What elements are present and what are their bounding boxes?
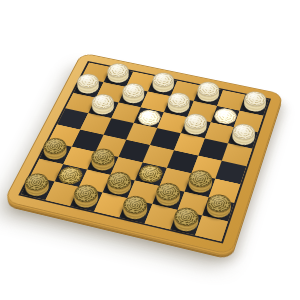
checker-cream xyxy=(228,127,258,149)
square-h6 xyxy=(228,127,258,149)
square-h1 xyxy=(195,216,227,242)
square-g7 xyxy=(211,106,240,127)
square-c1 xyxy=(70,187,103,211)
checker-cream xyxy=(240,95,269,116)
square-g5 xyxy=(198,138,228,160)
checker-tan xyxy=(40,141,72,164)
checker-cream xyxy=(181,117,211,139)
checker-tan xyxy=(70,187,103,211)
square-h8 xyxy=(240,95,269,116)
checker-cream xyxy=(211,106,240,127)
product-photo xyxy=(0,0,300,300)
board-3d-scene xyxy=(3,53,283,256)
square-a3 xyxy=(40,141,72,164)
square-f6 xyxy=(181,117,211,139)
